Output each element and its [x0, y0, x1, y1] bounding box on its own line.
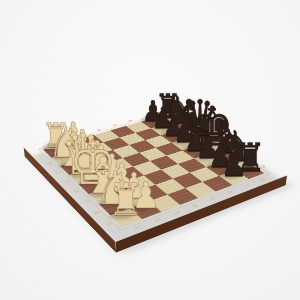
file-label-far-g: g [238, 153, 260, 164]
chess-board: aabbccddeeffgghh8877665544332211 [24, 106, 287, 242]
file-label-far-h: h [252, 161, 275, 173]
chess-set-product-render: aabbccddeeffgghh8877665544332211 ♜♞♝♛♚♝♞… [0, 0, 300, 300]
